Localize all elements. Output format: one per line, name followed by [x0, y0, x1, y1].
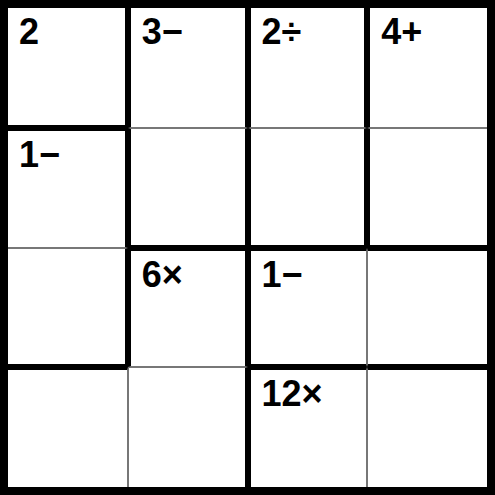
cell-r1c2[interactable]: [248, 128, 368, 248]
cell-r2c2[interactable]: 1−: [248, 248, 368, 368]
cell-r3c2[interactable]: 12×: [248, 367, 368, 487]
cell-r1c1[interactable]: [128, 128, 248, 248]
cell-r2c1[interactable]: 6×: [128, 248, 248, 368]
cell-r0c1[interactable]: 3−: [128, 8, 248, 128]
cell-r0c3[interactable]: 4+: [367, 8, 487, 128]
cell-r0c2[interactable]: 2÷: [248, 8, 368, 128]
cage-label-b: 3−: [142, 12, 183, 52]
cage-label-e: 1−: [19, 135, 60, 175]
cell-r1c0[interactable]: 1−: [8, 128, 128, 248]
cell-r0c0[interactable]: 2: [8, 8, 128, 128]
cell-r2c0[interactable]: [8, 248, 128, 368]
cell-r3c3[interactable]: [367, 367, 487, 487]
cage-label-g: 1−: [262, 255, 303, 295]
cell-r1c3[interactable]: [367, 128, 487, 248]
cage-label-a: 2: [19, 12, 39, 52]
kenken-board: 23−2÷4+1−6×1−12×: [0, 0, 495, 495]
cage-label-f: 6×: [142, 255, 183, 295]
cell-r3c0[interactable]: [8, 367, 128, 487]
cell-r2c3[interactable]: [367, 248, 487, 368]
cage-label-h: 12×: [262, 374, 323, 414]
cage-label-d: 4+: [381, 12, 422, 52]
cage-label-c: 2÷: [262, 12, 302, 52]
cell-r3c1[interactable]: [128, 367, 248, 487]
